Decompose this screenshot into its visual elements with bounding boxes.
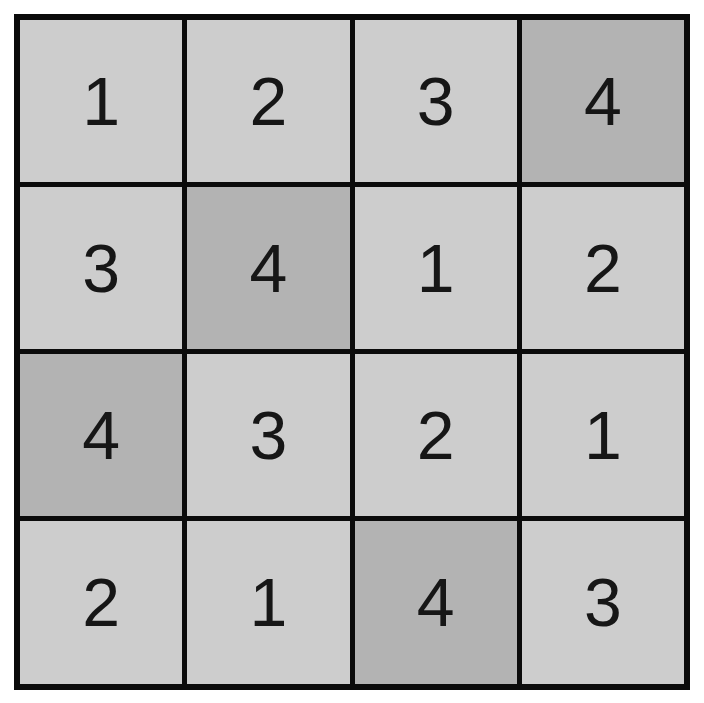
- cell-value: 4: [249, 234, 287, 302]
- cell-value: 4: [584, 67, 622, 135]
- cell-r2c2[interactable]: 4: [187, 187, 349, 349]
- cell-value: 2: [584, 234, 622, 302]
- cell-r1c2[interactable]: 2: [187, 20, 349, 182]
- cell-r3c4[interactable]: 1: [522, 354, 684, 516]
- cell-value: 3: [249, 401, 287, 469]
- cell-value: 1: [417, 234, 455, 302]
- puzzle-board: 1234341243212143: [14, 14, 690, 690]
- cell-r2c1[interactable]: 3: [20, 187, 182, 349]
- cell-r4c4[interactable]: 3: [522, 521, 684, 683]
- cell-r1c4[interactable]: 4: [522, 20, 684, 182]
- cell-r1c1[interactable]: 1: [20, 20, 182, 182]
- cell-value: 3: [417, 67, 455, 135]
- cell-value: 3: [584, 568, 622, 636]
- cell-value: 1: [249, 568, 287, 636]
- cell-r4c2[interactable]: 1: [187, 521, 349, 683]
- cell-value: 1: [584, 401, 622, 469]
- cell-value: 4: [82, 401, 120, 469]
- cell-value: 4: [417, 568, 455, 636]
- page-background: 1234341243212143: [0, 0, 704, 703]
- cell-value: 2: [82, 568, 120, 636]
- cell-r3c3[interactable]: 2: [355, 354, 517, 516]
- cell-r2c4[interactable]: 2: [522, 187, 684, 349]
- cell-r4c1[interactable]: 2: [20, 521, 182, 683]
- cell-value: 2: [417, 401, 455, 469]
- cell-r2c3[interactable]: 1: [355, 187, 517, 349]
- cell-value: 2: [249, 67, 287, 135]
- cell-value: 1: [82, 67, 120, 135]
- cell-r3c1[interactable]: 4: [20, 354, 182, 516]
- cell-r1c3[interactable]: 3: [355, 20, 517, 182]
- cell-r4c3[interactable]: 4: [355, 521, 517, 683]
- cell-r3c2[interactable]: 3: [187, 354, 349, 516]
- cell-value: 3: [82, 234, 120, 302]
